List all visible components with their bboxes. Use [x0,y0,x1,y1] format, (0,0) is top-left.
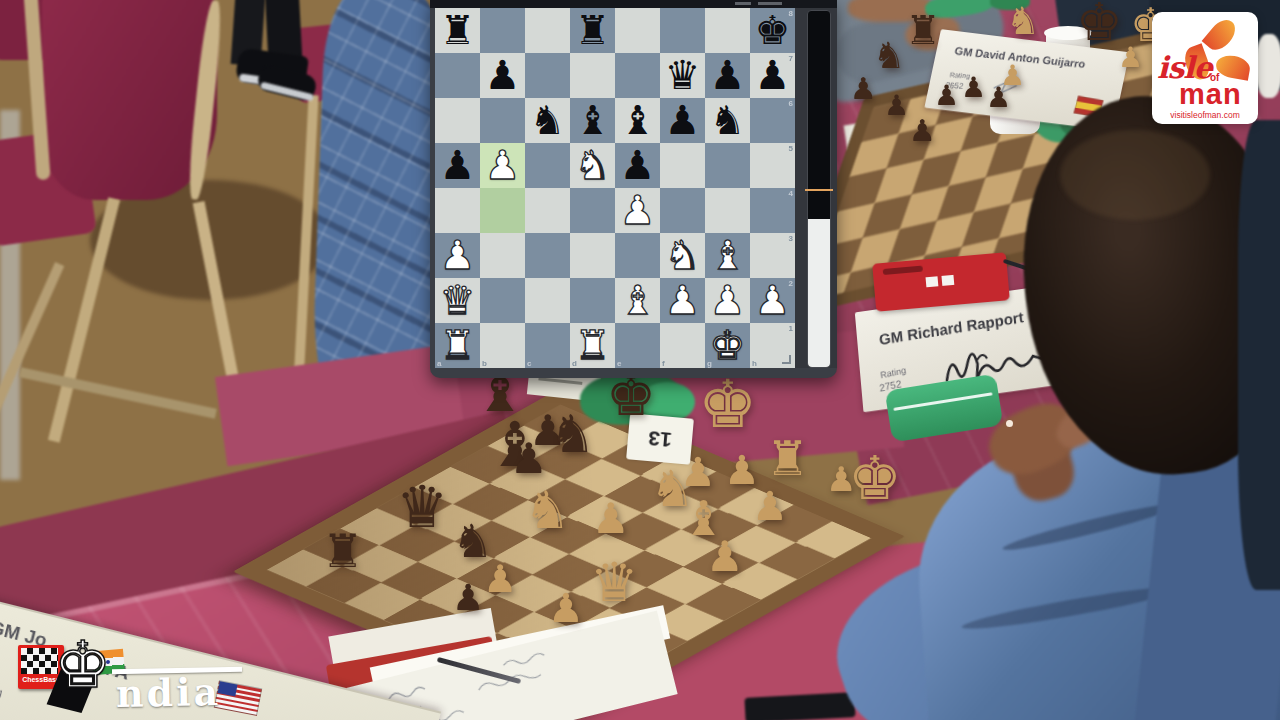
bottom-card-rating-label: Rating [0,680,4,698]
square-d7[interactable] [570,53,615,98]
white-knight-f3[interactable]: ♞ [660,233,705,278]
toolbar-fragment [735,2,751,5]
square-h5[interactable]: 5 [750,143,795,188]
square-e8[interactable] [615,8,660,53]
light-wood-piece: ♟ [1000,62,1025,90]
analysis-board-overlay: ♜♜8♚♟♛♟7♟♞♝♝♟♞6♟♟♞♟5♟4♟♞♝3♛♝♟♟2♟a♜bcd♜ef… [430,0,837,378]
square-e4[interactable]: ♟ [615,188,660,233]
dark-wood-piece: ♟ [961,74,986,102]
chess-king-icon: ♚ [54,628,111,702]
square-c8[interactable] [525,8,570,53]
square-h4[interactable]: 4 [750,188,795,233]
black-rook-a8[interactable]: ♜ [435,8,480,53]
square-h8[interactable]: 8♚ [750,8,795,53]
eval-bar [807,10,831,368]
square-b4[interactable] [480,188,525,233]
chess-board[interactable]: ♜♜8♚♟♛♟7♟♞♝♝♟♞6♟♟♞♟5♟4♟♞♝3♛♝♟♟2♟a♜bcd♜ef… [435,8,795,368]
white-rook-a1[interactable]: ♜ [435,323,480,368]
white-king-g1[interactable]: ♚ [705,323,750,368]
rank-label-6: 6 [789,99,793,108]
dark-wood-piece: ♞ [549,408,596,460]
file-label-e: e [617,359,621,368]
square-c6[interactable]: ♞ [525,98,570,143]
white-pawn-b5[interactable]: ♟ [480,143,525,188]
eval-panel [795,8,837,368]
file-label-b: b [482,359,487,368]
black-queen-f7[interactable]: ♛ [660,53,705,98]
iom-url: visitisleofman.com [1152,110,1258,120]
light-wood-piece: ♟ [826,462,856,496]
white-bishop-e2[interactable]: ♝ [615,278,660,323]
square-d2[interactable] [570,278,615,323]
dark-wood-piece: ♟ [884,92,909,120]
rank-label-5: 5 [789,144,793,153]
dark-wood-piece: ♟ [909,116,936,146]
black-pawn-a5[interactable]: ♟ [435,143,480,188]
square-b6[interactable] [480,98,525,143]
black-knight-g6[interactable]: ♞ [705,98,750,143]
eval-marker [805,189,833,191]
square-c4[interactable] [525,188,570,233]
light-wood-piece: ♜ [766,434,809,482]
square-e5[interactable]: ♟ [615,143,660,188]
light-wood-piece: ♟ [680,452,716,492]
dark-wood-piece: ♞ [873,38,905,74]
black-knight-c6[interactable]: ♞ [525,98,570,143]
black-bishop-d6[interactable]: ♝ [570,98,615,143]
square-e2[interactable]: ♝ [615,278,660,323]
square-d8[interactable]: ♜ [570,8,615,53]
square-h6[interactable]: 6 [750,98,795,143]
square-c2[interactable] [525,278,570,323]
square-e6[interactable]: ♝ [615,98,660,143]
light-wood-piece: ♚ [698,372,757,438]
square-f8[interactable] [660,8,705,53]
square-c1[interactable]: c [525,323,570,368]
square-a5[interactable]: ♟ [435,143,480,188]
square-f2[interactable]: ♟ [660,278,705,323]
square-f6[interactable]: ♟ [660,98,705,143]
dark-wood-piece: ♟ [850,74,877,104]
isle-of-man-logo: isle of man visitisleofman.com [1152,12,1258,124]
square-b5[interactable]: ♟ [480,143,525,188]
square-a1[interactable]: a♜ [435,323,480,368]
pen-glint [1006,420,1013,427]
square-h3[interactable]: 3 [750,233,795,278]
black-bishop-e6[interactable]: ♝ [615,98,660,143]
checkerboard-pattern [21,648,58,674]
chessbase-india-logo: ChessBase ♚ ndia [14,632,264,720]
square-a6[interactable] [435,98,480,143]
square-g4[interactable] [705,188,750,233]
square-d4[interactable] [570,188,615,233]
square-g5[interactable] [705,143,750,188]
triskelion-leg [1214,53,1251,81]
white-knight-d5[interactable]: ♞ [570,143,615,188]
black-pawn-f6[interactable]: ♟ [660,98,705,143]
square-g3[interactable]: ♝ [705,233,750,278]
square-c7[interactable] [525,53,570,98]
square-c5[interactable] [525,143,570,188]
square-a2[interactable]: ♛ [435,278,480,323]
file-label-c: c [527,359,531,368]
hair-highlight [1060,130,1210,220]
light-wood-piece: ♞ [1006,2,1040,40]
black-pawn-b7[interactable]: ♟ [480,53,525,98]
india-wordmark: ndia [116,669,222,716]
white-pawn-g2[interactable]: ♟ [705,278,750,323]
square-a3[interactable]: ♟ [435,233,480,278]
square-c3[interactable] [525,233,570,278]
square-g8[interactable] [705,8,750,53]
white-rook-d1[interactable]: ♜ [570,323,615,368]
black-pawn-e5[interactable]: ♟ [615,143,660,188]
square-f5[interactable] [660,143,705,188]
rank-label-1: 1 [789,324,793,333]
square-f3[interactable]: ♞ [660,233,705,278]
black-pawn-g7[interactable]: ♟ [705,53,750,98]
iom-word-man: man [1179,78,1242,111]
square-b8[interactable] [480,8,525,53]
black-rook-d8[interactable]: ♜ [570,8,615,53]
light-wood-piece: ♞ [524,484,571,536]
dark-wood-piece: ♟ [934,82,959,110]
white-queen-a2[interactable]: ♛ [435,278,480,323]
broadcast-frame: GM David Anton Guijarro Rating 2652 13 [0,0,1280,720]
rank-label-4: 4 [789,189,793,198]
square-d6[interactable]: ♝ [570,98,615,143]
square-b2[interactable] [480,278,525,323]
square-h2[interactable]: 2♟ [750,278,795,323]
light-wood-piece: ♟ [592,498,630,540]
square-d3[interactable] [570,233,615,278]
player-front-dark [1238,120,1280,590]
light-wood-piece: ♟ [752,486,788,526]
eval-white-fill [808,219,830,367]
square-d5[interactable]: ♞ [570,143,615,188]
toolbar-fragment [758,2,782,5]
dark-wood-piece: ♜ [905,10,941,50]
light-wood-piece: ♟ [548,588,584,628]
square-e3[interactable] [615,233,660,278]
white-pawn-e4[interactable]: ♟ [615,188,660,233]
square-e7[interactable] [615,53,660,98]
black-king-h8[interactable]: ♚ [750,8,795,53]
square-h7[interactable]: 7♟ [750,53,795,98]
board-flip-icon[interactable] [782,355,791,364]
square-f7[interactable]: ♛ [660,53,705,98]
square-a8[interactable]: ♜ [435,8,480,53]
square-b1[interactable]: b [480,323,525,368]
dark-wood-piece: ♚ [1076,0,1123,48]
light-wood-piece: ♟ [1118,44,1143,72]
square-g1[interactable]: g♚ [705,323,750,368]
white-pawn-f2[interactable]: ♟ [660,278,705,323]
square-a4[interactable] [435,188,480,233]
white-bishop-g3[interactable]: ♝ [705,233,750,278]
file-label-h: h [752,359,757,368]
dark-wood-piece: ♛ [396,478,448,536]
square-h1[interactable]: 1h [750,323,795,368]
square-e1[interactable]: e [615,323,660,368]
square-g2[interactable]: ♟ [705,278,750,323]
dark-wood-piece: ♟ [452,580,484,616]
file-label-f: f [662,359,665,368]
dark-wood-piece: ♜ [322,528,363,574]
rank-label-3: 3 [789,234,793,243]
white-pawn-h2[interactable]: ♟ [750,278,795,323]
square-d1[interactable]: d♜ [570,323,615,368]
white-pawn-a3[interactable]: ♟ [435,233,480,278]
square-f4[interactable] [660,188,705,233]
square-f1[interactable]: f [660,323,705,368]
square-a7[interactable] [435,53,480,98]
square-b7[interactable]: ♟ [480,53,525,98]
square-g6[interactable]: ♞ [705,98,750,143]
square-b3[interactable] [480,233,525,278]
light-wood-piece: ♛ [590,556,638,610]
black-pawn-h7[interactable]: ♟ [750,53,795,98]
light-wood-piece: ♟ [483,560,517,598]
square-g7[interactable]: ♟ [705,53,750,98]
light-wood-piece: ♟ [706,536,744,578]
